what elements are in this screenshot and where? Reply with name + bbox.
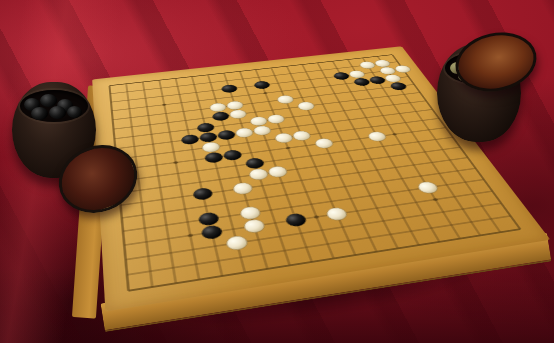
black-stone-E4	[200, 225, 223, 241]
white-stone-L11	[291, 130, 312, 141]
star-point	[314, 215, 320, 218]
white-stone-H8	[248, 168, 270, 181]
star-point	[432, 198, 438, 201]
white-stone-H14	[229, 109, 248, 119]
white-stone-M14	[296, 101, 316, 111]
white-stone-F3	[225, 235, 249, 251]
black-stone-G10	[222, 149, 242, 161]
black-stone-F12	[199, 132, 218, 143]
black-stone-H17	[220, 84, 238, 93]
white-stone-J13	[249, 116, 269, 127]
white-stone-F11	[201, 141, 221, 153]
black-stone-F10	[204, 152, 224, 164]
star-point	[392, 133, 397, 136]
black-stone-K17	[253, 80, 271, 89]
white-stone-L15	[276, 95, 295, 105]
star-point	[188, 234, 193, 238]
white-stone-J8	[267, 165, 289, 178]
black-stone-F13	[196, 122, 215, 133]
black-stone-G14	[211, 111, 230, 121]
black-stone-E5	[198, 212, 220, 227]
star-point	[286, 147, 291, 150]
white-stone-K11	[274, 132, 294, 143]
black-bowl-opening	[20, 90, 88, 122]
black-stone-S15	[389, 82, 409, 91]
white-stone-G15	[209, 102, 227, 112]
white-stone-S17	[378, 67, 397, 76]
black-stone-in-bowl	[40, 94, 57, 107]
white-stone-G5	[239, 206, 262, 221]
white-stone-Q5	[416, 181, 441, 194]
black-stone-in-bowl	[67, 106, 82, 118]
black-stone-G12	[217, 129, 237, 140]
white-stone-G4	[243, 218, 266, 233]
white-stone-Q17	[348, 70, 367, 79]
black-stone-H9	[244, 157, 265, 169]
black-stone-Q16	[352, 77, 371, 86]
star-point	[263, 92, 267, 94]
black-stone-P17	[332, 72, 351, 81]
black-stone-R16	[368, 76, 387, 85]
white-stone-H15	[226, 100, 245, 110]
white-stone-T17	[393, 65, 412, 74]
white-stone-J12	[252, 125, 272, 136]
white-stone-K13	[266, 114, 286, 124]
black-stone-E7	[192, 187, 213, 201]
white-stone-P10	[366, 131, 388, 142]
white-stone-H12	[235, 127, 255, 138]
white-stone-R18	[358, 61, 377, 69]
black-stone-in-bowl	[49, 106, 66, 119]
star-point	[173, 161, 178, 164]
white-stone-L4	[325, 207, 349, 222]
black-stone-E12	[180, 134, 199, 145]
white-stone-S18	[373, 59, 392, 67]
black-stone-in-bowl	[31, 107, 48, 120]
white-stone-M10	[314, 138, 335, 150]
black-stone-J4	[284, 213, 308, 228]
go-game-photo-scene	[0, 0, 554, 343]
white-stone-G7	[232, 182, 254, 196]
white-stone-S16	[383, 74, 402, 83]
star-point	[162, 104, 166, 106]
